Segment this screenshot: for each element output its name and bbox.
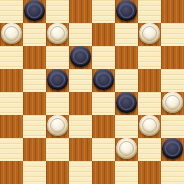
- piece-white-man[interactable]: [139, 23, 160, 44]
- square-h6[interactable]: [161, 46, 184, 69]
- piece-white-man[interactable]: [162, 92, 183, 113]
- square-e4: [92, 92, 115, 115]
- piece-black-man[interactable]: [24, 0, 45, 21]
- piece-white-man[interactable]: [47, 115, 68, 136]
- piece-white-man[interactable]: [116, 138, 137, 159]
- square-c2: [46, 138, 69, 161]
- square-g7[interactable]: [138, 23, 161, 46]
- square-d5: [69, 69, 92, 92]
- square-c4: [46, 92, 69, 115]
- piece-white-man[interactable]: [1, 23, 22, 44]
- square-e1[interactable]: [92, 161, 115, 184]
- square-f2[interactable]: [115, 138, 138, 161]
- piece-black-man[interactable]: [162, 138, 183, 159]
- square-g3[interactable]: [138, 115, 161, 138]
- square-h5: [161, 69, 184, 92]
- square-g4: [138, 92, 161, 115]
- square-e8: [92, 0, 115, 23]
- square-a5[interactable]: [0, 69, 23, 92]
- square-b3: [23, 115, 46, 138]
- square-b8[interactable]: [23, 0, 46, 23]
- square-a2: [0, 138, 23, 161]
- square-c3[interactable]: [46, 115, 69, 138]
- piece-black-man[interactable]: [116, 92, 137, 113]
- square-a7[interactable]: [0, 23, 23, 46]
- square-f4[interactable]: [115, 92, 138, 115]
- square-f8[interactable]: [115, 0, 138, 23]
- square-e2: [92, 138, 115, 161]
- square-b5: [23, 69, 46, 92]
- piece-white-man[interactable]: [139, 115, 160, 136]
- square-f3: [115, 115, 138, 138]
- square-g8: [138, 0, 161, 23]
- piece-black-man[interactable]: [70, 46, 91, 67]
- square-d3: [69, 115, 92, 138]
- square-h8[interactable]: [161, 0, 184, 23]
- square-d7: [69, 23, 92, 46]
- square-g5[interactable]: [138, 69, 161, 92]
- square-b2[interactable]: [23, 138, 46, 161]
- square-b6[interactable]: [23, 46, 46, 69]
- square-c6: [46, 46, 69, 69]
- square-b1: [23, 161, 46, 184]
- piece-black-man[interactable]: [47, 69, 68, 90]
- square-b7: [23, 23, 46, 46]
- square-h4[interactable]: [161, 92, 184, 115]
- square-d1: [69, 161, 92, 184]
- square-h2[interactable]: [161, 138, 184, 161]
- square-f6[interactable]: [115, 46, 138, 69]
- square-a6: [0, 46, 23, 69]
- checkers-board: [0, 0, 184, 184]
- square-f7: [115, 23, 138, 46]
- square-a1[interactable]: [0, 161, 23, 184]
- square-e5[interactable]: [92, 69, 115, 92]
- square-g6: [138, 46, 161, 69]
- square-d4[interactable]: [69, 92, 92, 115]
- square-c8: [46, 0, 69, 23]
- square-c7[interactable]: [46, 23, 69, 46]
- square-h7: [161, 23, 184, 46]
- square-c1[interactable]: [46, 161, 69, 184]
- square-e6: [92, 46, 115, 69]
- square-f1: [115, 161, 138, 184]
- square-d2[interactable]: [69, 138, 92, 161]
- square-g1[interactable]: [138, 161, 161, 184]
- square-e7[interactable]: [92, 23, 115, 46]
- piece-black-man[interactable]: [116, 0, 137, 21]
- square-c5[interactable]: [46, 69, 69, 92]
- piece-white-man[interactable]: [47, 23, 68, 44]
- square-a3[interactable]: [0, 115, 23, 138]
- piece-black-man[interactable]: [93, 69, 114, 90]
- square-a8: [0, 0, 23, 23]
- square-h1: [161, 161, 184, 184]
- square-d8[interactable]: [69, 0, 92, 23]
- square-a4: [0, 92, 23, 115]
- square-g2: [138, 138, 161, 161]
- square-b4[interactable]: [23, 92, 46, 115]
- square-h3: [161, 115, 184, 138]
- square-d6[interactable]: [69, 46, 92, 69]
- square-e3[interactable]: [92, 115, 115, 138]
- square-f5: [115, 69, 138, 92]
